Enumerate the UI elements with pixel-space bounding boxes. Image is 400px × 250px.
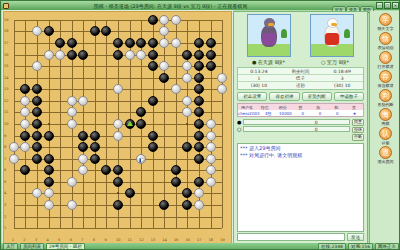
stone-white (171, 38, 181, 48)
go-board[interactable]: 1192183174165156147138129111010119128137… (8, 14, 228, 234)
stone-black (148, 50, 158, 60)
grid-line-vertical (164, 20, 165, 228)
info-table-row: 0:13:24剩余时间0:18:49 (238, 68, 363, 75)
coord-label-bottom: 15 (174, 238, 178, 242)
white-duck-beak (331, 23, 337, 26)
status-chip-right: 在线:2348 (318, 243, 346, 250)
action-button[interactable]: 棋盘设置 (237, 92, 267, 101)
stone-black (194, 50, 204, 60)
action-buttons-row: 棋盘设置保存棋谱形势判断申请数子 (234, 91, 367, 102)
stone-white (159, 38, 169, 48)
tree-decoration (344, 29, 350, 38)
stone-black (171, 165, 181, 175)
coord-label-bottom: 11 (128, 238, 132, 242)
action-button[interactable]: 形势判断 (302, 92, 332, 101)
stone-white (67, 177, 77, 187)
black-rank-text: 9段* (274, 59, 285, 65)
toolbar-icon: 退 (379, 146, 392, 159)
stone-black (159, 200, 169, 210)
stone-white (206, 119, 216, 129)
stone-white (32, 61, 42, 71)
stone-white (194, 200, 204, 210)
stone-black (44, 165, 54, 175)
chat-input[interactable] (237, 233, 345, 241)
coord-label-left: 5 (4, 180, 6, 184)
stone-white (206, 177, 216, 187)
send-button[interactable]: 发送 (347, 233, 364, 241)
spectator-column-header: 胜 (292, 105, 310, 110)
stone-black (67, 38, 77, 48)
stone-white (78, 165, 88, 175)
window-controls: —□✕ (376, 2, 399, 9)
stone-black (55, 38, 65, 48)
status-chip-right: 对局:156 (348, 243, 373, 250)
coord-label-bottom: 7 (81, 238, 83, 242)
toolbar-item-退出房间[interactable]: 退退出房间 (370, 146, 400, 164)
spectator-row[interactable]: chess20034段10000000★ (238, 110, 363, 116)
black-value: 1 (238, 76, 280, 81)
spectator-cell: 0 (329, 111, 346, 116)
toolbar-icon: 字 (379, 13, 392, 26)
minimize-button[interactable]: — (376, 2, 383, 9)
coord-label-bottom: 2 (23, 238, 25, 242)
black-score-bar: ●0 (237, 119, 350, 125)
stone-white (9, 142, 19, 152)
score-bar-value: 0 (315, 127, 318, 132)
toolbar-item-保存棋谱[interactable]: 存保存棋谱 (370, 70, 400, 88)
status-chip-right: 网络正常 (375, 243, 399, 250)
toolbar-item-形势判断[interactable]: 判形势判断 (370, 89, 400, 107)
stone-black (182, 142, 192, 152)
black-value: (30) 10 (238, 83, 280, 88)
stone-white (78, 154, 88, 164)
score-bars-section: ●0○0 同意拒绝中断 (234, 118, 367, 142)
stone-white (217, 73, 227, 83)
grid-line-vertical (222, 20, 223, 228)
stone-black (20, 131, 30, 141)
white-player-avatar (310, 14, 354, 57)
stone-black (194, 38, 204, 48)
stone-black (44, 177, 54, 187)
coord-label-bottom: 9 (104, 238, 106, 242)
black-player-name: ● 在天涯 9段* (252, 59, 285, 65)
coord-label-bottom: 6 (70, 238, 72, 242)
stone-black (182, 50, 192, 60)
coord-label-left: 11 (4, 110, 8, 114)
coord-label-bottom: 3 (35, 238, 37, 242)
coord-label-left: 2 (4, 215, 6, 219)
stone-black (148, 96, 158, 106)
coord-label-bottom: 1 (12, 238, 14, 242)
stone-black (194, 96, 204, 106)
stone-white (171, 84, 181, 94)
toolbar-item-认输[interactable]: 认认输 (370, 127, 400, 145)
stone-white (217, 84, 227, 94)
black-duck-clothes (262, 33, 276, 45)
app-window: 围棋 - 棋圣道场 (29号房间: 在天涯 9段 vs 宝万 9段) - 正在观… (0, 0, 400, 250)
coord-label-bottom: 13 (151, 238, 155, 242)
stone-black (159, 73, 169, 83)
stone-white (20, 119, 30, 129)
coord-label-left: 9 (4, 134, 6, 138)
stone-white (67, 200, 77, 210)
stone-black (136, 38, 146, 48)
stone-white (67, 107, 77, 117)
stone-white (55, 50, 65, 60)
star-point (186, 123, 188, 125)
stone-white (206, 142, 216, 152)
stone-black (206, 61, 216, 71)
stone-white (44, 188, 54, 198)
score-bar-buttons: 同意拒绝中断 (352, 119, 364, 141)
stone-black (78, 131, 88, 141)
chat-message: *** 对局进行中, 请文明观棋 (240, 152, 361, 159)
black-player-avatar (247, 14, 291, 57)
stone-black (113, 165, 123, 175)
stone-white (9, 154, 19, 164)
stone-white (44, 200, 54, 210)
spectator-table-rows: chess20034段10000000★ (238, 110, 363, 116)
toolbar-label: 保存棋谱 (378, 83, 394, 88)
stone-white (113, 131, 123, 141)
window-title: 围棋 - 棋圣道场 (29号房间: 在天涯 9段 vs 宝万 9段) - 正在观… (11, 3, 330, 9)
stone-black (101, 165, 111, 175)
coord-label-left: 7 (4, 157, 6, 161)
spectator-column-header: 段位 (256, 105, 274, 110)
close-button[interactable]: ✕ (392, 2, 399, 9)
stone-black (90, 154, 100, 164)
stone-white (125, 50, 135, 60)
app-icon (3, 3, 9, 9)
coord-label-left: 17 (4, 41, 8, 45)
stone-white (159, 61, 169, 71)
stone-black (32, 84, 42, 94)
coord-label-bottom: 5 (58, 238, 60, 242)
toolbar-item-聊天文字[interactable]: 字聊天文字 (370, 13, 400, 31)
stone-white (206, 154, 216, 164)
coord-label-left: 16 (4, 53, 8, 57)
toolbar-icon: 存 (379, 70, 392, 83)
star-point (48, 123, 50, 125)
grid-line-horizontal (14, 228, 222, 229)
toolbar-label: 聊天文字 (378, 26, 394, 31)
coord-label-left: 10 (4, 122, 8, 126)
coord-label-left: 1 (4, 226, 6, 230)
stone-white (20, 142, 30, 152)
stone-black (194, 73, 204, 83)
stone-white (20, 107, 30, 117)
stone-white (67, 119, 77, 129)
stone-black (113, 200, 123, 210)
toolbar-label: 表情动画 (378, 45, 394, 50)
stone-white (78, 96, 88, 106)
coord-label-left: 8 (4, 145, 6, 149)
stone-white (113, 119, 123, 129)
stone-black (148, 142, 158, 152)
spectator-cell: 0 (294, 111, 311, 116)
toolbar-label: 打开棋谱 (378, 64, 394, 69)
black-duck-beak (268, 23, 274, 26)
stone-black (194, 131, 204, 141)
info-label: 提子 (280, 76, 322, 81)
stone-black (136, 119, 146, 129)
stone-black (194, 107, 204, 117)
score-action-button[interactable]: 中断 (352, 134, 364, 141)
white-duck-clothes (325, 33, 339, 45)
stone-white (32, 188, 42, 198)
coord-label-bottom: 8 (93, 238, 95, 242)
spectator-cell: 10000 (277, 111, 294, 116)
chat-message: *** 进入29号房间 (240, 145, 361, 152)
stone-white (67, 96, 77, 106)
stone-white (182, 61, 192, 71)
stone-white (136, 50, 146, 60)
stone-white (194, 188, 204, 198)
spectator-column-header: 积分 (274, 105, 292, 110)
stone-black (194, 61, 204, 71)
spectator-column-header: 用户名 (238, 105, 256, 110)
maximize-button[interactable]: □ (384, 2, 391, 9)
stone-black (194, 154, 204, 164)
stone-black (32, 107, 42, 117)
stone-white (182, 73, 192, 83)
coord-label-left: 3 (4, 203, 6, 207)
score-bars: ●0○0 (237, 119, 350, 141)
stone-white (113, 84, 123, 94)
white-value: 0:18:49 (321, 69, 363, 74)
stone-black (182, 200, 192, 210)
go-board-panel: 1192183174165156147138129111010119128137… (3, 11, 232, 244)
coord-label-bottom: 16 (185, 238, 189, 242)
stone-black (171, 177, 181, 187)
stone-black (32, 96, 42, 106)
stone-black (90, 142, 100, 152)
spectator-cell: 4段 (260, 111, 277, 116)
coord-label-bottom: 12 (139, 238, 143, 242)
action-button[interactable]: 申请数子 (334, 92, 364, 101)
stone-black (90, 26, 100, 36)
stone-black (206, 50, 216, 60)
white-rank-text: 9段* (338, 59, 349, 65)
stone-black (113, 50, 123, 60)
status-bar: 大厅房间列表29号房间 - 观棋在线:2348对局:156网络正常 (1, 243, 400, 250)
white-player-name: ○ 宝万 9段* (321, 59, 349, 65)
toolbar-item-悔棋[interactable]: 悔悔棋 (370, 108, 400, 126)
stone-black (20, 165, 30, 175)
coord-label-bottom: 10 (116, 238, 120, 242)
spectator-table: 用户名段位积分胜负和奖 chess20034段10000000★ (237, 103, 364, 117)
stone-black (182, 188, 192, 198)
player-avatars (234, 12, 367, 58)
toolbar-icon: 认 (379, 127, 392, 140)
coord-label-bottom: 17 (197, 238, 201, 242)
stone-white (159, 26, 169, 36)
stone-black (206, 38, 216, 48)
stone-black (90, 131, 100, 141)
stone-black (78, 50, 88, 60)
stone-black (125, 188, 135, 198)
info-table-row: 1提子3 (238, 75, 363, 82)
score-bar-track: 0 (243, 126, 350, 132)
stone-black (32, 119, 42, 129)
side-toolbar: 字聊天文字情表情动画谱打开棋谱存保存棋谱判形势判断悔悔棋认认输退退出房间 (369, 11, 400, 244)
score-action-button[interactable]: 同意 (352, 119, 364, 126)
coord-label-bottom: 14 (162, 238, 166, 242)
black-name-text: 在天涯 (258, 59, 273, 65)
stone-black (194, 177, 204, 187)
status-chip-left[interactable]: 房间列表 (20, 243, 44, 250)
coord-label-bottom: 18 (209, 238, 213, 242)
last-move-triangle-marker (127, 121, 133, 126)
toolbar-icon: 判 (379, 89, 392, 102)
toolbar-item-表情动画[interactable]: 情表情动画 (370, 32, 400, 50)
grid-line-horizontal (14, 217, 222, 218)
stone-white (206, 131, 216, 141)
stone-black (113, 177, 123, 187)
player-names: ● 在天涯 9段* ○ 宝万 9段* (234, 58, 367, 66)
stone-black (125, 38, 135, 48)
stone-black (44, 26, 54, 36)
stone-white (182, 96, 192, 106)
spectator-column-header: 奖 (345, 105, 363, 110)
stone-black (113, 38, 123, 48)
coord-label-left: 19 (4, 18, 8, 22)
stone-black (194, 84, 204, 94)
stone-black (32, 142, 42, 152)
stone-black (148, 61, 158, 71)
stone-white (206, 165, 216, 175)
coord-label-left: 18 (4, 29, 8, 33)
stone-black (194, 142, 204, 152)
spectator-cell: chess2003 (238, 111, 260, 116)
toolbar-label: 退出房间 (378, 159, 394, 164)
spectator-column-header: 负 (309, 105, 327, 110)
spectator-table-header: 用户名段位积分胜负和奖 (238, 104, 363, 110)
title-bar: 围棋 - 棋圣道场 (29号房间: 在天涯 9段 vs 宝万 9段) - 正在观… (1, 1, 400, 10)
toolbar-icon: 悔 (379, 108, 392, 121)
chat-message-box: *** 进入29号房间*** 对局进行中, 请文明观棋 (237, 143, 364, 233)
spectator-cell: 0 (311, 111, 328, 116)
stone-black (44, 131, 54, 141)
game-info-table: 0:13:24剩余时间0:18:491提子3(30) 10读秒(30) 10 (237, 67, 364, 90)
stone-black (136, 107, 146, 117)
toolbar-icon: 谱 (379, 51, 392, 64)
chat-input-row: 发送 (237, 233, 364, 241)
black-stone-icon: ● (237, 119, 241, 125)
stone-black (148, 38, 158, 48)
grid-line-vertical (176, 20, 177, 228)
toolbar-label: 认输 (382, 140, 390, 145)
toolbar-item-打开棋谱[interactable]: 谱打开棋谱 (370, 51, 400, 69)
tree-decoration (281, 29, 287, 38)
info-table-row: (30) 10读秒(30) 10 (238, 82, 363, 89)
toolbar-label: 悔棋 (382, 121, 390, 126)
stone-black (44, 154, 54, 164)
black-stone-icon: ● (252, 59, 256, 65)
action-button[interactable]: 保存棋谱 (269, 92, 299, 101)
star-point (117, 192, 119, 194)
room-tab[interactable]: 29号房间 - 观棋 (46, 243, 85, 250)
coord-label-left: 15 (4, 64, 8, 68)
toolbar-label: 形势判断 (378, 102, 394, 107)
coord-label-left: 6 (4, 168, 6, 172)
coord-label-bottom: 4 (47, 238, 49, 242)
status-chip-left[interactable]: 大厅 (3, 243, 18, 250)
white-stone-icon: ○ (237, 126, 241, 132)
white-stone-icon: ○ (321, 59, 325, 65)
coord-label-left: 4 (4, 191, 6, 195)
coord-label-left: 14 (4, 76, 8, 80)
stone-white (20, 96, 30, 106)
spectator-cell: ★ (346, 111, 363, 116)
info-label: 剩余时间 (280, 69, 322, 74)
stone-white (32, 26, 42, 36)
coord-label-left: 13 (4, 87, 8, 91)
coord-label-left: 12 (4, 99, 8, 103)
stone-white (182, 107, 192, 117)
toolbar-icon: 情 (379, 32, 392, 45)
black-value: 0:13:24 (238, 69, 280, 74)
stone-black (194, 119, 204, 129)
stone-black (101, 26, 111, 36)
score-bar-track: 0 (243, 119, 350, 125)
stone-black (20, 84, 30, 94)
stone-black (148, 131, 158, 141)
stone-black (148, 15, 158, 25)
spectator-column-header: 和 (327, 105, 345, 110)
white-name-text: 宝万 (327, 59, 337, 65)
stone-black (67, 50, 77, 60)
stone-white (44, 50, 54, 60)
stone-white (159, 15, 169, 25)
stone-black (78, 142, 88, 152)
white-value: (30) 10 (321, 83, 363, 88)
white-score-bar: ○0 (237, 126, 350, 132)
info-label: 读秒 (280, 83, 322, 88)
stone-white (171, 15, 181, 25)
stone-black (32, 131, 42, 141)
stone-black (32, 154, 42, 164)
coord-label-bottom: 19 (220, 238, 224, 242)
score-action-button[interactable]: 拒绝 (352, 127, 364, 134)
score-bar-value: 0 (315, 120, 318, 125)
game-info-panel: ● 在天涯 9段* ○ 宝万 9段* 0:13:24剩余时间0:18:491提子… (233, 11, 368, 244)
white-value: 3 (321, 76, 363, 81)
